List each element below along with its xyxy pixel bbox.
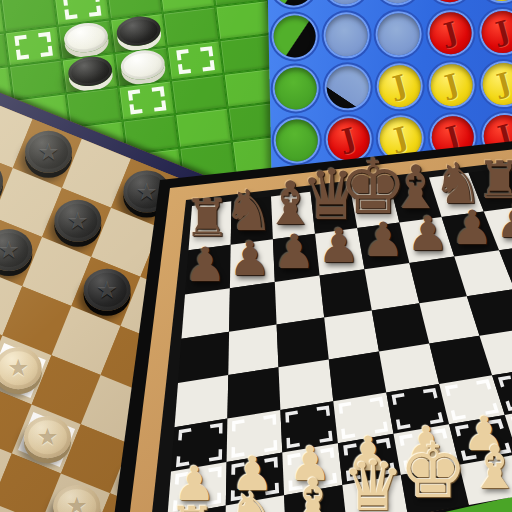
chess-square[interactable] bbox=[175, 375, 229, 427]
board-games-collage: JJJJJJJJJJJ ★★★★★★★★★★ ♜♞♝♛♚♝♞♜♟♟♟♟♟♟♟♟♟… bbox=[0, 0, 512, 512]
chess-piece-white-bishop[interactable]: ♝ bbox=[286, 471, 340, 512]
chess-square[interactable] bbox=[229, 282, 277, 332]
chess-square[interactable] bbox=[324, 310, 379, 359]
chess-piece-black-pawn[interactable]: ♟ bbox=[184, 241, 227, 288]
chess-piece-white-rook[interactable]: ♜ bbox=[169, 500, 215, 512]
chess-square[interactable] bbox=[379, 344, 439, 393]
chess-piece-black-pawn[interactable]: ♟ bbox=[318, 222, 361, 269]
chess-piece-black-pawn[interactable]: ♟ bbox=[229, 235, 272, 282]
chess-square[interactable] bbox=[182, 288, 230, 339]
chess-square[interactable] bbox=[275, 276, 324, 325]
chess-piece-black-pawn[interactable]: ♟ bbox=[406, 210, 449, 257]
chess-square[interactable] bbox=[178, 332, 229, 383]
chess-piece-black-pawn[interactable]: ♟ bbox=[451, 204, 494, 251]
chess-piece-white-knight[interactable]: ♞ bbox=[227, 485, 277, 512]
chess-square[interactable] bbox=[228, 325, 278, 376]
chess-piece-white-bishop[interactable]: ♝ bbox=[468, 438, 512, 498]
chess-square[interactable] bbox=[320, 269, 372, 317]
chess-piece-black-pawn[interactable]: ♟ bbox=[362, 216, 405, 263]
chess-piece-white-king[interactable]: ♚ bbox=[399, 434, 467, 510]
chess-piece-black-pawn[interactable]: ♟ bbox=[495, 197, 512, 244]
chess-square[interactable] bbox=[277, 318, 329, 368]
chess-square[interactable] bbox=[279, 359, 334, 410]
chess-square[interactable] bbox=[365, 263, 420, 311]
chess-square[interactable] bbox=[329, 352, 387, 402]
chess-square[interactable] bbox=[372, 303, 430, 351]
chess-square[interactable] bbox=[227, 367, 280, 418]
chess-piece-black-pawn[interactable]: ♟ bbox=[273, 228, 316, 275]
chess-piece-white-queen[interactable]: ♛ bbox=[342, 451, 404, 512]
